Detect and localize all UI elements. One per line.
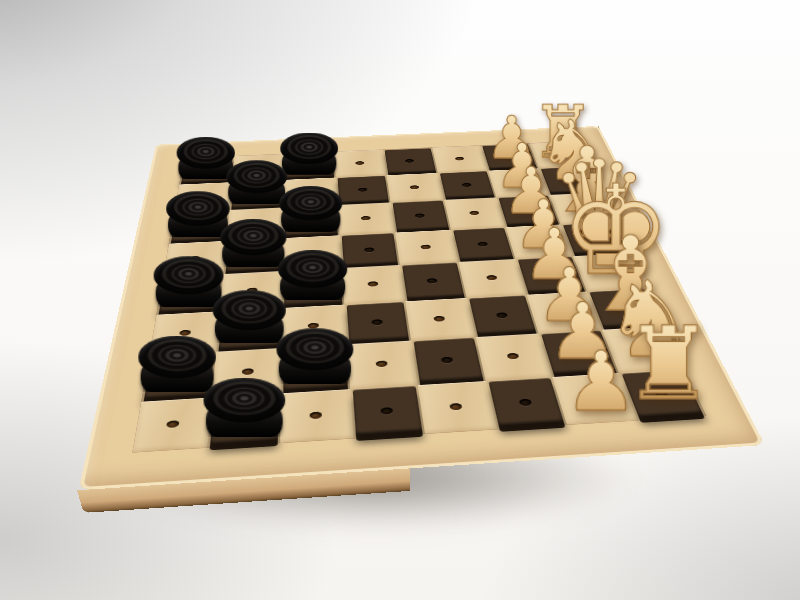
black-checker <box>220 219 286 267</box>
checker-grooved-top <box>212 290 285 330</box>
checker-grooved-top <box>280 186 343 220</box>
square-c6 <box>283 205 339 238</box>
peg-hole <box>375 361 387 368</box>
peg-hole <box>361 216 371 221</box>
peg-hole <box>167 420 180 428</box>
square-c4 <box>282 268 344 308</box>
square-d4 <box>341 265 405 304</box>
black-checker <box>281 132 339 174</box>
black-checker <box>226 160 286 204</box>
peg-hole <box>421 244 432 249</box>
peg-hole <box>427 278 438 283</box>
black-checker <box>203 378 285 437</box>
square-d7 <box>335 175 390 205</box>
peg-hole <box>496 312 508 318</box>
game-board: ♟♜♟♞♟♝♟♛♟♚♟♝♟♞♟♜ <box>78 126 765 490</box>
peg-hole <box>441 357 453 364</box>
peg-hole <box>518 399 532 406</box>
peg-hole <box>455 157 464 161</box>
square-c1 <box>280 389 353 443</box>
checker-grooved-top <box>220 219 286 255</box>
square-c2 <box>281 344 350 393</box>
checker-grooved-top <box>203 378 285 423</box>
square-d6 <box>337 202 395 235</box>
square-e7 <box>387 173 444 203</box>
product-photo-scene: ♟♜♟♞♟♝♟♛♟♚♟♝♟♞♟♜ <box>0 0 800 600</box>
peg-hole <box>380 407 393 414</box>
square-f7 <box>438 170 497 199</box>
square-g1: ♟ <box>552 373 637 425</box>
peg-hole <box>415 213 425 218</box>
peg-hole <box>450 403 463 410</box>
peg-hole <box>358 188 367 192</box>
board-grid: ♟♜♟♞♟♝♟♛♟♚♟♝♟♞♟♜ <box>132 141 706 452</box>
square-f6 <box>444 197 506 229</box>
square-d5 <box>339 232 400 268</box>
square-c8 <box>284 152 336 180</box>
checker-grooved-top <box>226 160 286 193</box>
square-b3 <box>216 308 282 352</box>
square-e1 <box>418 381 497 434</box>
square-f8 <box>432 146 488 173</box>
square-f3 <box>466 294 538 337</box>
square-d1 <box>350 385 425 439</box>
checker-grooved-top <box>154 256 224 294</box>
peg-hole <box>310 411 322 419</box>
peg-hole <box>477 242 488 247</box>
peg-hole <box>367 281 378 286</box>
checker-grooved-top <box>139 335 217 377</box>
peg-hole <box>506 353 519 360</box>
peg-hole <box>462 183 472 187</box>
black-checker <box>278 250 347 300</box>
checker-grooved-top <box>278 250 347 288</box>
square-e5 <box>395 230 458 265</box>
peg-hole <box>371 319 382 325</box>
square-b7 <box>229 180 284 210</box>
peg-hole <box>486 275 497 280</box>
peg-hole <box>364 247 374 252</box>
square-b5 <box>223 238 283 274</box>
black-checker <box>277 328 354 384</box>
square-a1 <box>132 397 211 452</box>
peg-hole <box>405 159 414 163</box>
peg-hole <box>242 368 254 375</box>
peg-hole <box>410 185 420 189</box>
square-e8 <box>383 148 438 175</box>
square-e2 <box>411 337 485 385</box>
square-f5 <box>451 227 516 262</box>
checker-grooved-top <box>281 132 339 164</box>
square-d3 <box>344 301 411 344</box>
checker-grooved-top <box>277 328 354 370</box>
square-d8 <box>334 150 387 178</box>
board-frame: ♟♜♟♞♟♝♟♛♟♚♟♝♟♞♟♜ <box>78 126 765 490</box>
peg-hole <box>179 330 191 336</box>
square-d2 <box>347 341 418 389</box>
square-e6 <box>391 200 451 232</box>
wood-pawn: ♟ <box>564 345 638 421</box>
black-checker <box>212 290 285 343</box>
peg-hole <box>434 316 446 322</box>
square-e4 <box>400 262 466 301</box>
square-f4 <box>458 259 527 298</box>
square-e3 <box>405 298 475 341</box>
peg-hole <box>469 211 479 215</box>
black-checker <box>280 186 343 232</box>
square-b1 <box>207 393 281 448</box>
peg-hole <box>355 161 364 165</box>
